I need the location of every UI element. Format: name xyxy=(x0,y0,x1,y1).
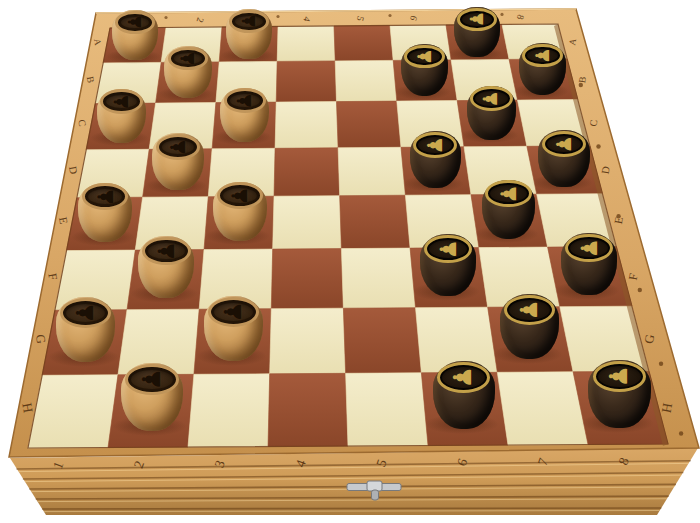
piece-top-inlay: ♟ xyxy=(485,180,531,207)
piece-top-inlay: ♟ xyxy=(142,237,190,266)
checkers-board-photo: AABBCCDDEEFFGGHH1122334455667788 ♟♟♟♟♟♟♟… xyxy=(0,0,700,523)
pawn-emblem-icon: ♟ xyxy=(229,186,251,205)
square-D5 xyxy=(338,147,405,195)
checker-dark-F8[interactable]: ♟ xyxy=(561,233,617,295)
pawn-emblem-icon: ♟ xyxy=(222,301,246,322)
pawn-emblem-icon: ♟ xyxy=(451,366,476,388)
square-A5[interactable] xyxy=(334,26,393,61)
pawn-emblem-icon: ♟ xyxy=(74,302,98,323)
piece-top-inlay: ♟ xyxy=(593,361,647,393)
pawn-emblem-icon: ♟ xyxy=(112,93,132,111)
checker-dark-H6[interactable]: ♟ xyxy=(433,361,495,430)
piece-top-inlay: ♟ xyxy=(60,298,111,328)
nail-dot xyxy=(679,431,683,435)
pawn-emblem-icon: ♟ xyxy=(126,14,144,30)
checker-light-H2[interactable]: ♟ xyxy=(121,363,183,432)
pawn-emblem-icon: ♟ xyxy=(415,48,434,65)
square-G5[interactable] xyxy=(343,308,421,374)
box-layer-seam xyxy=(42,508,661,509)
square-C5[interactable] xyxy=(337,101,402,148)
checker-light-B2[interactable]: ♟ xyxy=(164,46,211,98)
checker-dark-B6[interactable]: ♟ xyxy=(401,44,448,96)
pawn-emblem-icon: ♟ xyxy=(178,50,197,67)
piece-top-inlay: ♟ xyxy=(100,89,142,114)
nail-dot xyxy=(579,83,583,87)
nail-dot xyxy=(276,15,279,18)
pawn-emblem-icon: ♟ xyxy=(533,47,552,64)
pawn-emblem-icon: ♟ xyxy=(168,138,189,156)
piece-top-inlay: ♟ xyxy=(542,131,586,157)
checker-dark-E7[interactable]: ♟ xyxy=(482,180,536,239)
piece-top-inlay: ♟ xyxy=(208,297,259,327)
square-D4[interactable] xyxy=(274,148,340,196)
pawn-emblem-icon: ♟ xyxy=(607,365,632,387)
piece-top-inlay: ♟ xyxy=(404,45,445,69)
piece-top-inlay: ♟ xyxy=(125,364,179,396)
checker-light-G3[interactable]: ♟ xyxy=(204,296,263,361)
pawn-emblem-icon: ♟ xyxy=(498,184,520,203)
square-H4[interactable] xyxy=(268,373,348,446)
piece-top-inlay: ♟ xyxy=(115,11,154,34)
square-H7 xyxy=(497,372,588,445)
nail-dot xyxy=(500,13,503,16)
piece-top-inlay: ♟ xyxy=(470,86,512,111)
piece-top-inlay: ♟ xyxy=(504,295,555,325)
pawn-emblem-icon: ♟ xyxy=(155,241,178,261)
checker-light-C3[interactable]: ♟ xyxy=(220,88,269,142)
nail-dot xyxy=(388,14,391,17)
checker-dark-H8[interactable]: ♟ xyxy=(588,360,650,429)
square-H1 xyxy=(28,375,118,448)
checker-dark-A7[interactable]: ♟ xyxy=(454,7,500,57)
pawn-emblem-icon: ♟ xyxy=(481,90,501,108)
pawn-emblem-icon: ♟ xyxy=(468,11,486,27)
square-E5[interactable] xyxy=(340,195,410,248)
pawn-emblem-icon: ♟ xyxy=(425,136,446,154)
piece-top-inlay: ♟ xyxy=(457,8,496,31)
pawn-emblem-icon: ♟ xyxy=(437,239,460,259)
square-B5 xyxy=(335,60,397,101)
pawn-emblem-icon: ♟ xyxy=(95,187,117,206)
square-F5 xyxy=(341,248,415,308)
piece-top-inlay: ♟ xyxy=(156,134,200,160)
square-A4 xyxy=(277,26,335,61)
pawn-emblem-icon: ♟ xyxy=(518,299,542,320)
checker-light-G1[interactable]: ♟ xyxy=(56,297,115,362)
square-H3 xyxy=(188,374,270,447)
square-H5 xyxy=(346,373,428,446)
pawn-emblem-icon: ♟ xyxy=(554,135,575,153)
piece-top-inlay: ♟ xyxy=(217,182,263,209)
nail-dot xyxy=(638,288,642,292)
pawn-emblem-icon: ♟ xyxy=(235,92,255,110)
checker-dark-D6[interactable]: ♟ xyxy=(410,131,462,188)
pawn-emblem-icon: ♟ xyxy=(578,238,601,258)
piece-top-inlay: ♟ xyxy=(229,10,268,33)
checker-light-A1[interactable]: ♟ xyxy=(112,10,158,60)
checker-light-D2[interactable]: ♟ xyxy=(152,133,204,190)
checker-light-C1[interactable]: ♟ xyxy=(97,89,146,143)
square-F4[interactable] xyxy=(271,249,343,309)
square-B4[interactable] xyxy=(276,61,336,102)
square-G4 xyxy=(270,308,346,374)
piece-top-inlay: ♟ xyxy=(437,362,491,394)
checker-dark-F6[interactable]: ♟ xyxy=(420,234,476,296)
box-side xyxy=(10,448,698,515)
checker-light-F2[interactable]: ♟ xyxy=(138,236,194,298)
checker-light-E3[interactable]: ♟ xyxy=(213,182,267,241)
pawn-emblem-icon: ♟ xyxy=(240,13,258,29)
piece-top-inlay: ♟ xyxy=(224,88,266,113)
checker-dark-G7[interactable]: ♟ xyxy=(500,294,559,359)
pawn-emblem-icon: ♟ xyxy=(139,368,164,390)
checker-dark-D8[interactable]: ♟ xyxy=(538,130,590,187)
checker-light-E1[interactable]: ♟ xyxy=(78,183,132,242)
checker-dark-B8[interactable]: ♟ xyxy=(519,43,566,95)
nail-dot xyxy=(164,16,167,19)
nail-dot xyxy=(659,362,663,366)
square-C4 xyxy=(275,102,338,149)
checker-dark-C7[interactable]: ♟ xyxy=(467,86,516,140)
checker-light-A3[interactable]: ♟ xyxy=(226,9,272,59)
nail-dot xyxy=(596,144,600,148)
nail-dot xyxy=(616,214,620,218)
square-E4 xyxy=(273,196,342,249)
